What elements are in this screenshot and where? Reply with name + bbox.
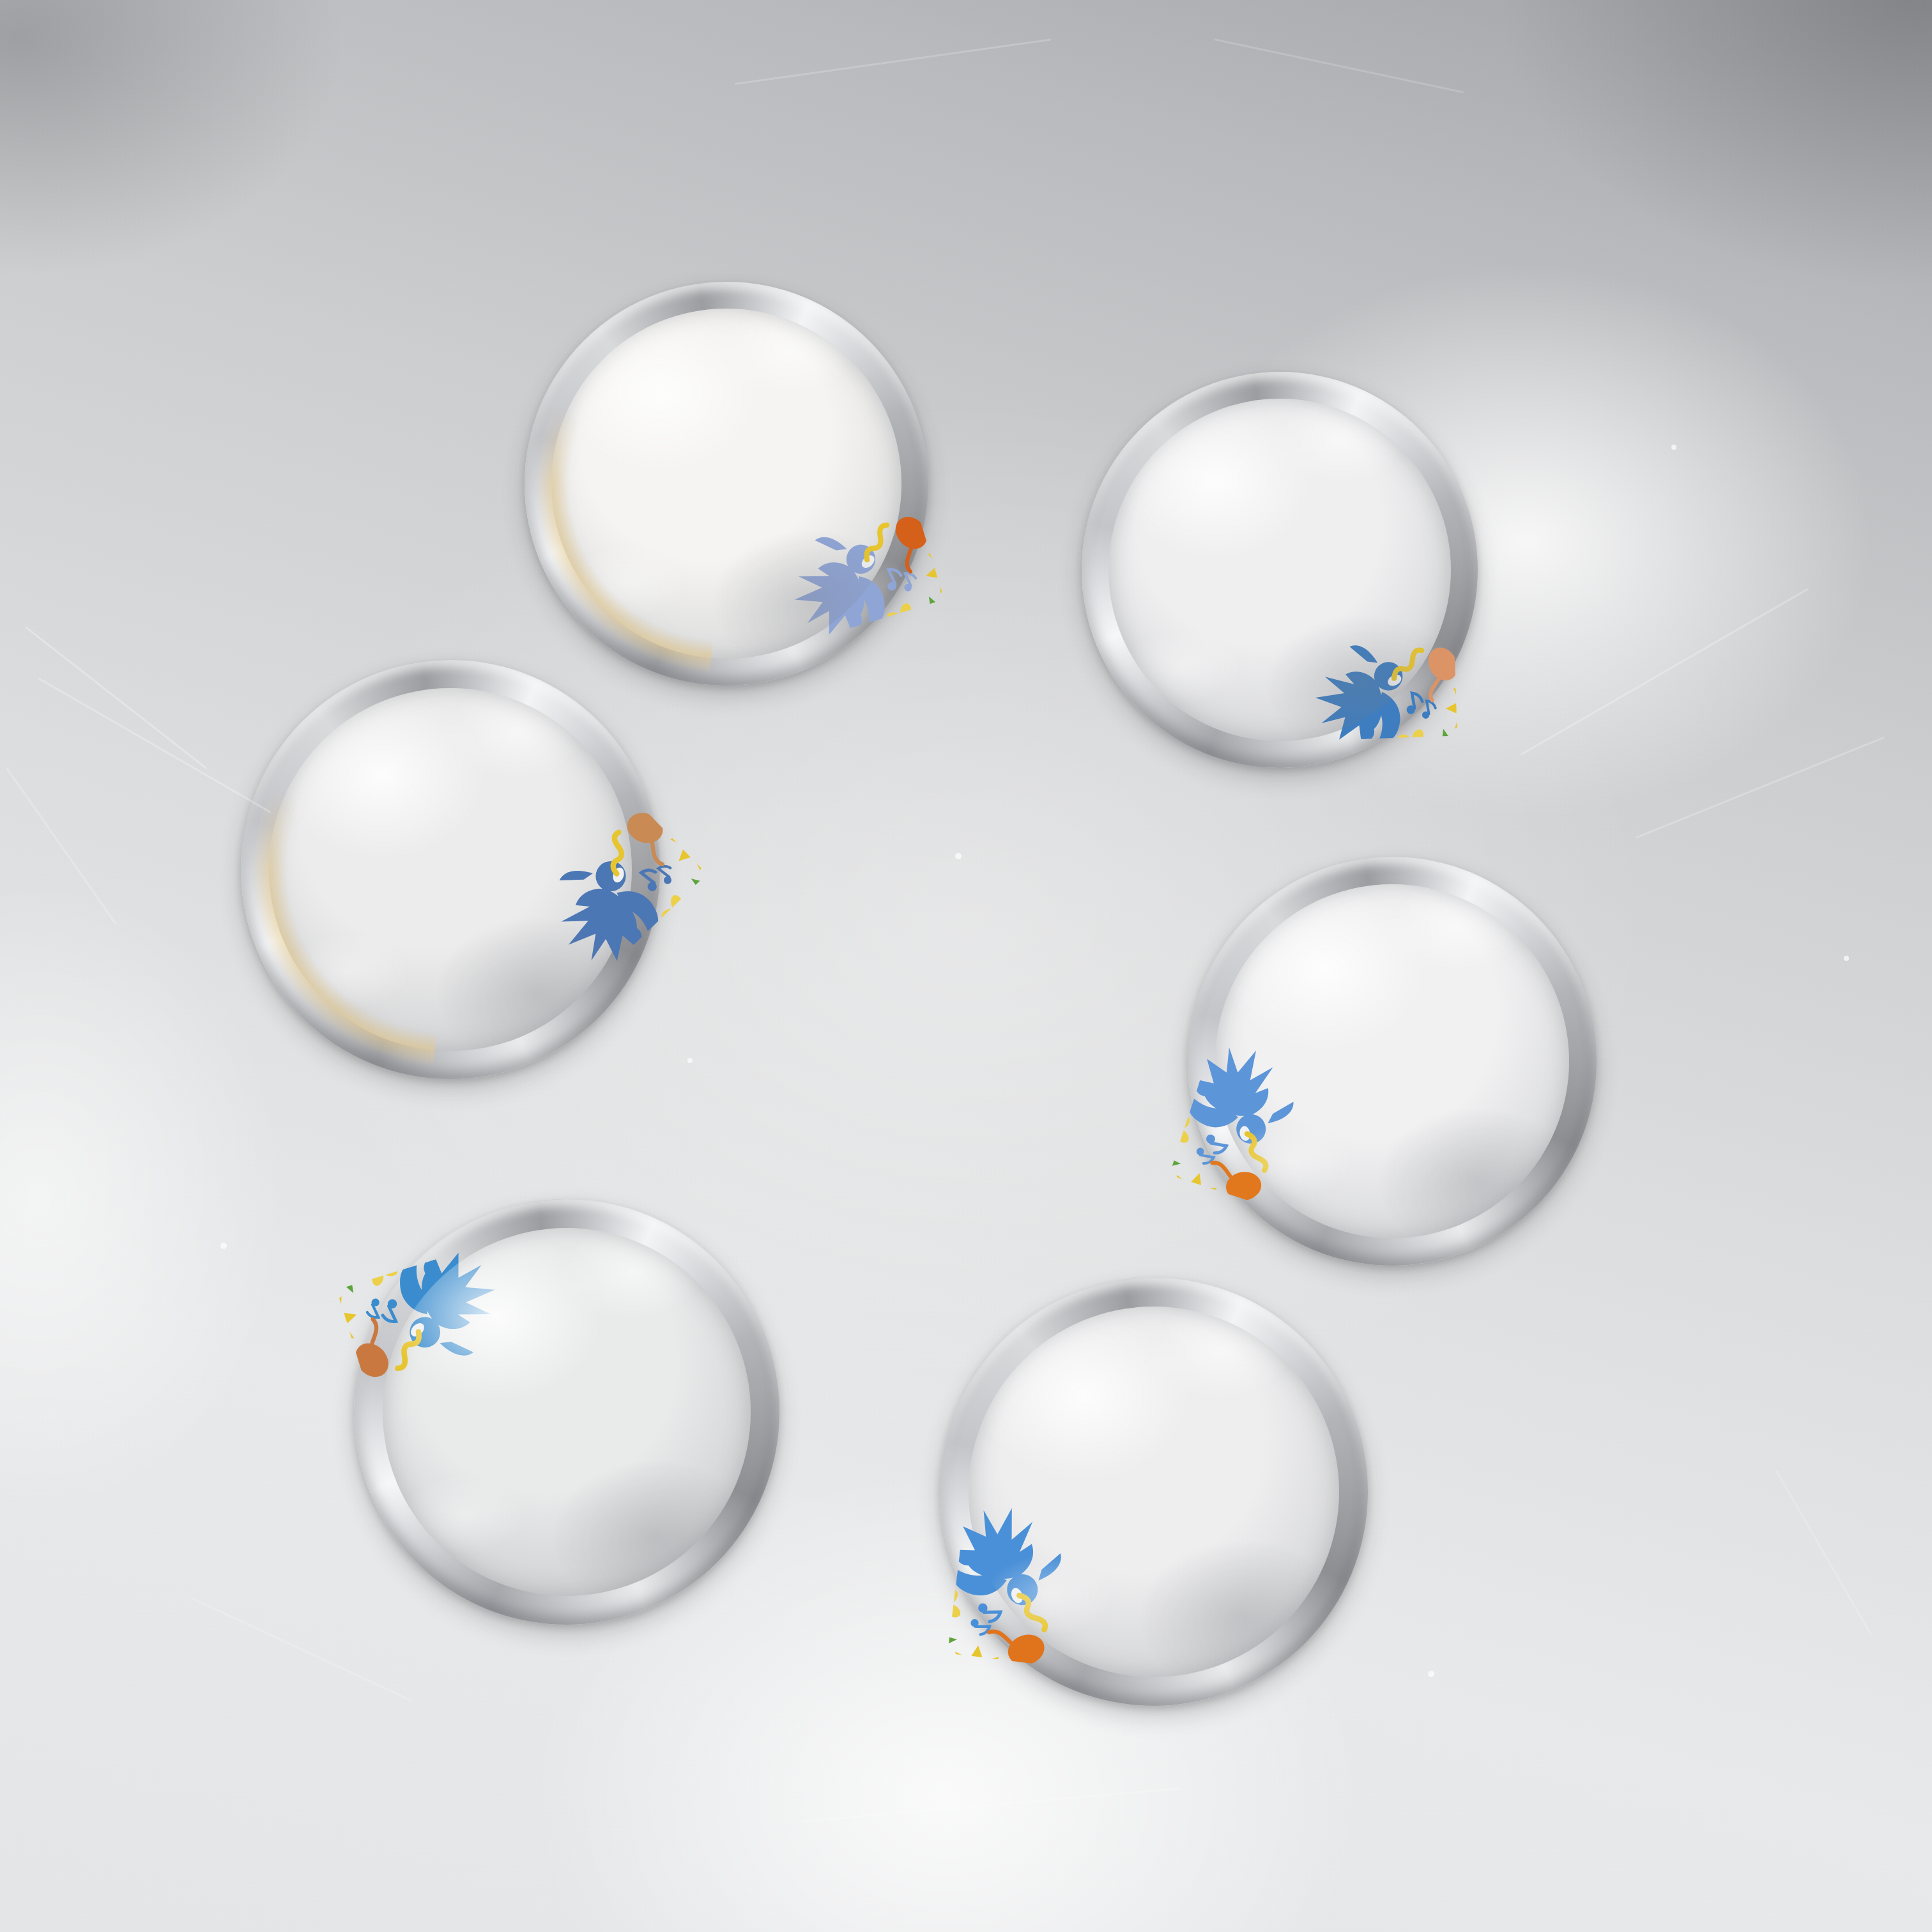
surface-scratch (735, 38, 1052, 85)
badge-face (269, 688, 632, 1051)
surface-scratch (38, 677, 271, 813)
badge-logo (1102, 392, 1457, 747)
table-surface: 儿童先行 儿童先行 儿童先行 儿童先行 (0, 0, 1932, 1932)
badge-4: 儿童先行 (1188, 857, 1597, 1266)
dust-speck (1671, 445, 1676, 450)
badge-5: 儿童先行 (354, 1199, 779, 1625)
dust-speck (955, 853, 962, 859)
badge-logo (1169, 838, 1615, 1284)
badge-face (1215, 884, 1569, 1238)
dust-speck (1844, 956, 1849, 961)
badge-1: 儿童先行 (525, 282, 928, 686)
dust-speck (220, 1243, 227, 1249)
badge-face (551, 309, 901, 658)
surface-scratch (1214, 38, 1464, 93)
badge-logo (508, 265, 944, 701)
badge-logo (947, 1285, 1361, 1699)
surface-scratch (191, 1597, 412, 1701)
surface-scratch (1520, 588, 1809, 756)
badge-face (383, 1228, 751, 1597)
dust-speck (687, 1058, 693, 1063)
badge-3: 儿童先行 (241, 660, 660, 1079)
surface-scratch (6, 767, 118, 925)
surface-scratch (25, 626, 208, 769)
badge-logo (337, 1182, 797, 1642)
surface-scratch (799, 1788, 1181, 1823)
dust-speck (1428, 1671, 1434, 1677)
badge-face (1108, 399, 1452, 742)
badge-face (969, 1307, 1339, 1677)
surface-scratch (1635, 737, 1885, 839)
badge-2: 儿童先行 (1082, 372, 1478, 768)
badge-6: 儿童先行 (940, 1278, 1368, 1706)
surface-scratch (1775, 1470, 1873, 1637)
